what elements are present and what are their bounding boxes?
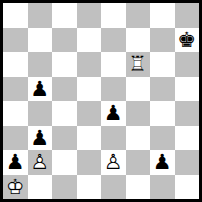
square-d6[interactable] xyxy=(77,52,102,77)
square-e2[interactable]: ♟♙ xyxy=(101,150,126,175)
square-b2[interactable]: ♟♙ xyxy=(28,150,53,175)
square-f8[interactable] xyxy=(126,3,151,28)
square-d8[interactable] xyxy=(77,3,102,28)
square-h2[interactable] xyxy=(175,150,200,175)
black-pawn[interactable]: ♟ xyxy=(6,151,25,173)
square-g8[interactable] xyxy=(150,3,175,28)
square-d1[interactable] xyxy=(77,175,102,200)
black-pawn[interactable]: ♟ xyxy=(104,102,123,124)
square-e7[interactable] xyxy=(101,28,126,53)
square-c6[interactable] xyxy=(52,52,77,77)
square-a1[interactable]: ♚♔ xyxy=(3,175,28,200)
square-c2[interactable] xyxy=(52,150,77,175)
square-g1[interactable] xyxy=(150,175,175,200)
square-a5[interactable] xyxy=(3,77,28,102)
square-a8[interactable] xyxy=(3,3,28,28)
square-c8[interactable] xyxy=(52,3,77,28)
square-b6[interactable] xyxy=(28,52,53,77)
square-b7[interactable] xyxy=(28,28,53,53)
white-king[interactable]: ♔ xyxy=(6,176,25,198)
square-g6[interactable] xyxy=(150,52,175,77)
square-f3[interactable] xyxy=(126,126,151,151)
square-a7[interactable] xyxy=(3,28,28,53)
black-king[interactable]: ♚ xyxy=(177,29,196,51)
square-b5[interactable]: ♟ xyxy=(28,77,53,102)
square-g7[interactable] xyxy=(150,28,175,53)
square-g4[interactable] xyxy=(150,101,175,126)
square-d2[interactable] xyxy=(77,150,102,175)
square-h6[interactable] xyxy=(175,52,200,77)
square-e4[interactable]: ♟ xyxy=(101,101,126,126)
square-a2[interactable]: ♟ xyxy=(3,150,28,175)
square-b3[interactable]: ♟ xyxy=(28,126,53,151)
square-b4[interactable] xyxy=(28,101,53,126)
square-d4[interactable] xyxy=(77,101,102,126)
square-e1[interactable] xyxy=(101,175,126,200)
black-pawn[interactable]: ♟ xyxy=(30,78,49,100)
square-b8[interactable] xyxy=(28,3,53,28)
square-h1[interactable] xyxy=(175,175,200,200)
black-pawn[interactable]: ♟ xyxy=(30,127,49,149)
square-e5[interactable] xyxy=(101,77,126,102)
chess-board: ♚♜♖♟♟♟♟♟♙♟♙♟♚♔ xyxy=(0,0,202,202)
white-pawn[interactable]: ♙ xyxy=(30,151,49,173)
black-pawn[interactable]: ♟ xyxy=(153,151,172,173)
square-c5[interactable] xyxy=(52,77,77,102)
square-a4[interactable] xyxy=(3,101,28,126)
square-h3[interactable] xyxy=(175,126,200,151)
white-rook[interactable]: ♖ xyxy=(128,53,147,75)
square-f4[interactable] xyxy=(126,101,151,126)
square-h4[interactable] xyxy=(175,101,200,126)
board-grid: ♚♜♖♟♟♟♟♟♙♟♙♟♚♔ xyxy=(3,3,199,199)
square-e6[interactable] xyxy=(101,52,126,77)
square-e3[interactable] xyxy=(101,126,126,151)
square-c4[interactable] xyxy=(52,101,77,126)
square-d3[interactable] xyxy=(77,126,102,151)
square-b1[interactable] xyxy=(28,175,53,200)
square-h7[interactable]: ♚ xyxy=(175,28,200,53)
square-f7[interactable] xyxy=(126,28,151,53)
square-a6[interactable] xyxy=(3,52,28,77)
white-pawn[interactable]: ♙ xyxy=(104,151,123,173)
square-c7[interactable] xyxy=(52,28,77,53)
square-g5[interactable] xyxy=(150,77,175,102)
square-d7[interactable] xyxy=(77,28,102,53)
square-a3[interactable] xyxy=(3,126,28,151)
square-f1[interactable] xyxy=(126,175,151,200)
square-g3[interactable] xyxy=(150,126,175,151)
square-e8[interactable] xyxy=(101,3,126,28)
square-f2[interactable] xyxy=(126,150,151,175)
square-h8[interactable] xyxy=(175,3,200,28)
square-d5[interactable] xyxy=(77,77,102,102)
square-f6[interactable]: ♜♖ xyxy=(126,52,151,77)
square-c3[interactable] xyxy=(52,126,77,151)
square-h5[interactable] xyxy=(175,77,200,102)
square-f5[interactable] xyxy=(126,77,151,102)
square-c1[interactable] xyxy=(52,175,77,200)
square-g2[interactable]: ♟ xyxy=(150,150,175,175)
